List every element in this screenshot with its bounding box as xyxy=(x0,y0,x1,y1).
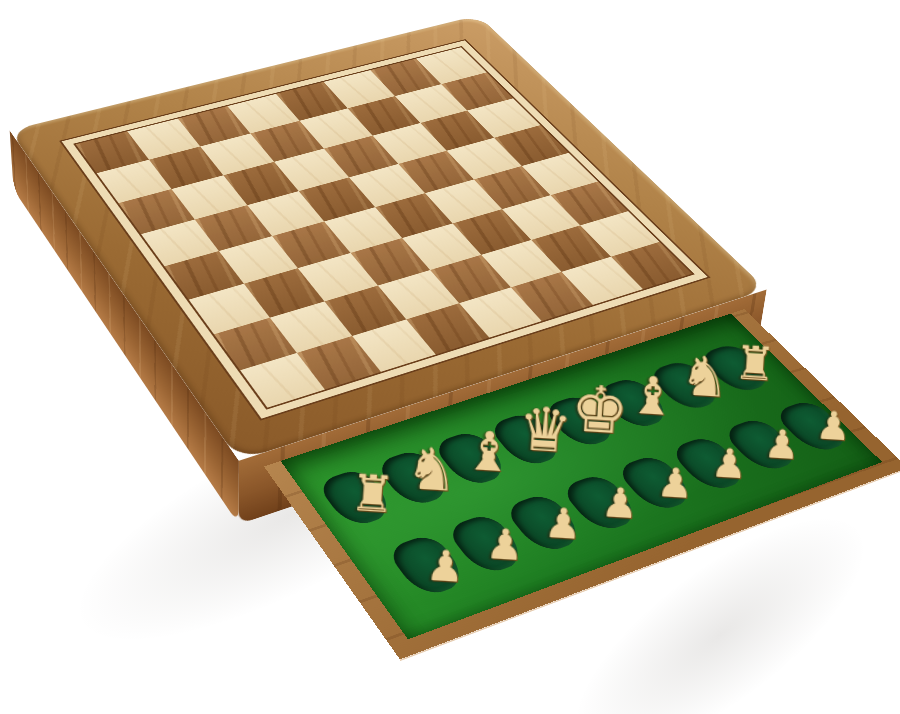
stored-piece-pawn: ♟ xyxy=(710,444,748,484)
chess-box: ♜♞♝♛♚♝♞♜♟♟♟♟♟♟♟♟ xyxy=(10,15,767,461)
stored-piece-pawn: ♟ xyxy=(600,483,639,524)
stored-piece-rook: ♜ xyxy=(733,340,777,387)
chess-box-product-photo: ♜♞♝♛♚♝♞♜♟♟♟♟♟♟♟♟ xyxy=(0,0,900,714)
stored-piece-pawn: ♟ xyxy=(485,524,525,566)
drawer-slot: ♟ xyxy=(385,532,471,599)
stored-piece-rook: ♜ xyxy=(349,469,397,520)
stored-piece-knight: ♞ xyxy=(404,441,459,499)
camera-tilt: ♜♞♝♛♚♝♞♜♟♟♟♟♟♟♟♟ xyxy=(0,0,900,714)
stored-piece-bishop: ♝ xyxy=(463,425,514,479)
stored-piece-bishop: ♝ xyxy=(628,371,678,423)
stored-piece-queen: ♛ xyxy=(516,400,573,460)
stored-piece-pawn: ♟ xyxy=(425,545,466,588)
stored-piece-knight: ♞ xyxy=(678,350,730,405)
drawer-slot: ♜ xyxy=(315,467,397,530)
stored-piece-pawn: ♟ xyxy=(543,503,583,545)
stored-piece-pawn: ♟ xyxy=(814,407,851,446)
stored-piece-pawn: ♟ xyxy=(763,425,801,465)
stored-piece-king: ♚ xyxy=(569,378,630,442)
stored-piece-pawn: ♟ xyxy=(656,463,695,504)
scene-3d: ♜♞♝♛♚♝♞♜♟♟♟♟♟♟♟♟ xyxy=(0,0,900,714)
